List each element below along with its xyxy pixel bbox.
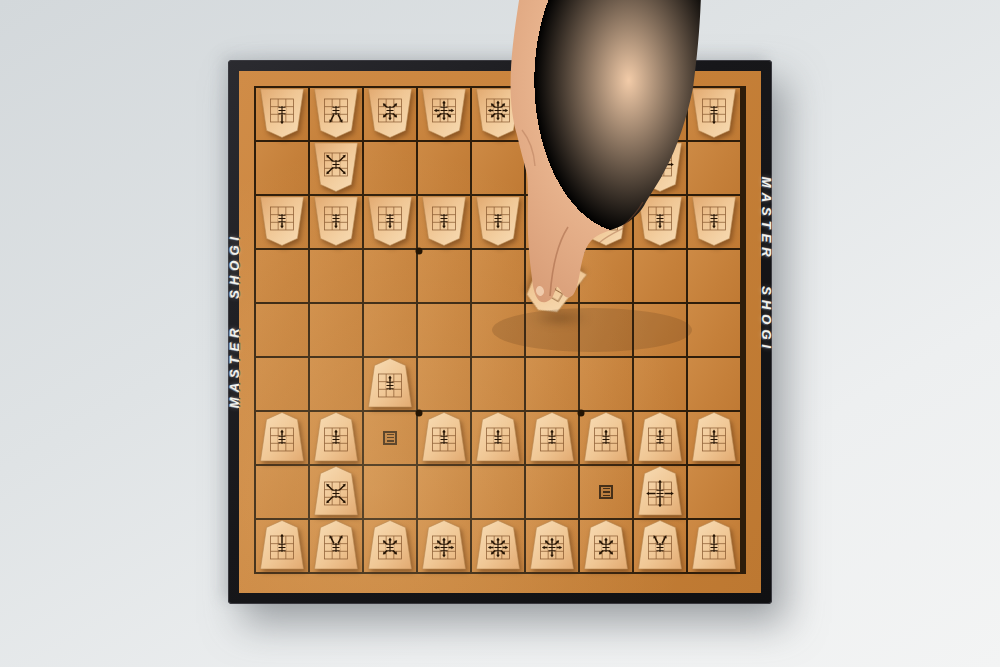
square-1-7[interactable] — [688, 412, 740, 464]
piece-king-sente[interactable] — [475, 519, 522, 570]
square-3-1[interactable] — [580, 88, 632, 140]
piece-pawn-sente[interactable] — [637, 411, 684, 462]
square-4-8[interactable] — [526, 466, 578, 518]
piece-pawn-gote[interactable] — [313, 195, 360, 246]
square-5-9[interactable] — [472, 520, 524, 572]
square-2-3[interactable] — [634, 196, 686, 248]
square-5-1[interactable] — [472, 88, 524, 140]
square-9-6[interactable] — [256, 358, 308, 410]
square-8-2[interactable] — [310, 142, 362, 194]
square-2-7[interactable] — [634, 412, 686, 464]
piece-pawn-sente[interactable] — [259, 411, 306, 462]
square-1-1[interactable] — [688, 88, 740, 140]
square-3-5[interactable] — [580, 304, 632, 356]
square-6-5[interactable] — [418, 304, 470, 356]
square-9-7[interactable] — [256, 412, 308, 464]
board-surface — [239, 71, 761, 593]
piece-rook-gote[interactable] — [637, 141, 684, 192]
piece-pawn-sente[interactable] — [583, 411, 630, 462]
square-8-8[interactable] — [310, 466, 362, 518]
square-8-9[interactable] — [310, 520, 362, 572]
square-3-7[interactable] — [580, 412, 632, 464]
square-6-9[interactable] — [418, 520, 470, 572]
square-2-6[interactable] — [634, 358, 686, 410]
piece-gold-sente[interactable] — [421, 519, 468, 570]
star-point — [578, 248, 585, 255]
square-9-9[interactable] — [256, 520, 308, 572]
square-4-9[interactable] — [526, 520, 578, 572]
piece-gold-gote[interactable] — [529, 87, 576, 138]
setup-stamp-mark — [545, 215, 559, 229]
square-2-2[interactable] — [634, 142, 686, 194]
square-3-2[interactable] — [580, 142, 632, 194]
piece-rook-sente[interactable] — [637, 465, 684, 516]
square-5-2[interactable] — [472, 142, 524, 194]
square-7-2[interactable] — [364, 142, 416, 194]
piece-knight-sente[interactable] — [313, 519, 360, 570]
square-6-7[interactable] — [418, 412, 470, 464]
square-8-5[interactable] — [310, 304, 362, 356]
square-6-2[interactable] — [418, 142, 470, 194]
square-1-8[interactable] — [688, 466, 740, 518]
board-grid — [254, 86, 746, 574]
square-9-3[interactable] — [256, 196, 308, 248]
square-2-1[interactable] — [634, 88, 686, 140]
piece-king-gote[interactable] — [475, 87, 522, 138]
square-7-7[interactable] — [364, 412, 416, 464]
square-3-3[interactable] — [580, 196, 632, 248]
square-9-8[interactable] — [256, 466, 308, 518]
square-3-9[interactable] — [580, 520, 632, 572]
star-point — [416, 248, 423, 255]
square-4-1[interactable] — [526, 88, 578, 140]
square-6-1[interactable] — [418, 88, 470, 140]
square-1-4[interactable] — [688, 250, 740, 302]
brand-label-near: MASTER SHOGI — [759, 177, 774, 353]
square-6-4[interactable] — [418, 250, 470, 302]
board-frame: MASTER SHOGI MASTER SHOGI — [228, 60, 772, 604]
square-9-5[interactable] — [256, 304, 308, 356]
piece-knight-sente[interactable] — [637, 519, 684, 570]
piece-pawn-gote[interactable] — [475, 195, 522, 246]
square-6-3[interactable] — [418, 196, 470, 248]
setup-stamp-mark — [383, 431, 397, 445]
square-8-6[interactable] — [310, 358, 362, 410]
square-1-3[interactable] — [688, 196, 740, 248]
piece-pawn-sente[interactable] — [475, 411, 522, 462]
square-3-8[interactable] — [580, 466, 632, 518]
square-3-6[interactable] — [580, 358, 632, 410]
piece-pawn-gote[interactable] — [421, 195, 468, 246]
piece-lance-sente[interactable] — [259, 519, 306, 570]
piece-pawn-sente[interactable] — [367, 357, 414, 408]
square-2-5[interactable] — [634, 304, 686, 356]
brand-label-far: MASTER SHOGI — [227, 232, 242, 408]
piece-pawn-gote[interactable] — [583, 195, 630, 246]
square-7-3[interactable] — [364, 196, 416, 248]
square-5-8[interactable] — [472, 466, 524, 518]
piece-silver-sente[interactable] — [367, 519, 414, 570]
piece-bishop-sente[interactable] — [313, 465, 360, 516]
square-9-4[interactable] — [256, 250, 308, 302]
square-1-2[interactable] — [688, 142, 740, 194]
square-4-2[interactable] — [526, 142, 578, 194]
piece-knight-gote[interactable] — [313, 87, 360, 138]
square-7-8[interactable] — [364, 466, 416, 518]
piece-gold-sente[interactable] — [529, 519, 576, 570]
square-8-1[interactable] — [310, 88, 362, 140]
piece-knight-gote[interactable] — [637, 87, 684, 138]
square-4-6[interactable] — [526, 358, 578, 410]
piece-lance-sente[interactable] — [691, 519, 738, 570]
square-5-6[interactable] — [472, 358, 524, 410]
piece-pawn-gote[interactable] — [367, 195, 414, 246]
square-9-1[interactable] — [256, 88, 308, 140]
square-4-7[interactable] — [526, 412, 578, 464]
piece-gold-gote[interactable] — [421, 87, 468, 138]
square-6-6[interactable] — [418, 358, 470, 410]
piece-pawn-sente[interactable] — [421, 411, 468, 462]
square-9-2[interactable] — [256, 142, 308, 194]
square-2-4[interactable] — [634, 250, 686, 302]
piece-pawn-gote[interactable] — [637, 195, 684, 246]
square-7-9[interactable] — [364, 520, 416, 572]
piece-pawn-gote[interactable] — [691, 195, 738, 246]
square-1-9[interactable] — [688, 520, 740, 572]
square-7-5[interactable] — [364, 304, 416, 356]
square-5-3[interactable] — [472, 196, 524, 248]
square-4-3[interactable] — [526, 196, 578, 248]
piece-lance-gote[interactable] — [691, 87, 738, 138]
piece-pawn-sente[interactable] — [529, 411, 576, 462]
square-5-7[interactable] — [472, 412, 524, 464]
piece-silver-sente[interactable] — [583, 519, 630, 570]
setup-stamp-mark — [599, 485, 613, 499]
piece-lance-gote[interactable] — [259, 87, 306, 138]
piece-pawn-sente[interactable] — [313, 411, 360, 462]
square-7-1[interactable] — [364, 88, 416, 140]
square-8-4[interactable] — [310, 250, 362, 302]
square-6-8[interactable] — [418, 466, 470, 518]
piece-silver-gote[interactable] — [583, 87, 630, 138]
square-8-3[interactable] — [310, 196, 362, 248]
square-5-5[interactable] — [472, 304, 524, 356]
square-8-7[interactable] — [310, 412, 362, 464]
square-2-8[interactable] — [634, 466, 686, 518]
square-1-6[interactable] — [688, 358, 740, 410]
piece-bishop-gote[interactable] — [313, 141, 360, 192]
piece-silver-gote[interactable] — [367, 87, 414, 138]
piece-pawn-gote[interactable] — [259, 195, 306, 246]
square-1-5[interactable] — [688, 304, 740, 356]
square-2-9[interactable] — [634, 520, 686, 572]
photo-backdrop: MASTER SHOGI MASTER SHOGI — [0, 0, 1000, 667]
square-7-4[interactable] — [364, 250, 416, 302]
piece-pawn-sente[interactable] — [691, 411, 738, 462]
square-7-6[interactable] — [364, 358, 416, 410]
